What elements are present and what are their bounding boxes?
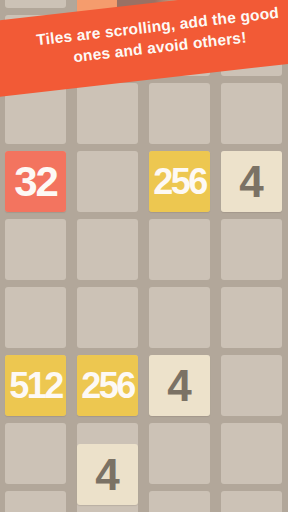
grid-cell <box>77 287 138 348</box>
tile-value: 256 <box>81 368 134 404</box>
grid-cell <box>221 423 282 484</box>
tile-4-moving[interactable]: 4 <box>77 444 138 505</box>
tile-value: 512 <box>9 368 62 404</box>
grid-cell <box>221 355 282 416</box>
tile-256[interactable]: 256 <box>149 151 210 212</box>
grid-cell <box>149 491 210 512</box>
grid-cell <box>149 83 210 144</box>
grid-cell <box>77 151 138 212</box>
grid-cell <box>5 0 66 8</box>
grid-cell <box>5 423 66 484</box>
grid-cell <box>149 423 210 484</box>
tile-value: 4 <box>167 364 191 408</box>
grid-cell <box>221 287 282 348</box>
tile-value: 32 <box>14 161 57 203</box>
grid-cell <box>5 491 66 512</box>
tile-value: 4 <box>95 453 119 497</box>
grid-cell <box>149 287 210 348</box>
tile-32[interactable]: 32 <box>5 151 66 212</box>
grid-cell <box>77 83 138 144</box>
game-screen: 32256451225644 Tiles are scrolling, add … <box>0 0 288 512</box>
tile-4[interactable]: 4 <box>149 355 210 416</box>
grid-cell <box>221 219 282 280</box>
tile-512[interactable]: 512 <box>5 355 66 416</box>
tile-value: 4 <box>239 160 263 204</box>
tile-value: 256 <box>153 164 206 200</box>
grid-cell <box>221 491 282 512</box>
tile-256[interactable]: 256 <box>77 355 138 416</box>
grid-cell <box>77 219 138 280</box>
grid-cell <box>5 287 66 348</box>
grid-cell <box>5 219 66 280</box>
grid-cell <box>221 83 282 144</box>
grid-cell <box>149 219 210 280</box>
tile-4[interactable]: 4 <box>221 151 282 212</box>
